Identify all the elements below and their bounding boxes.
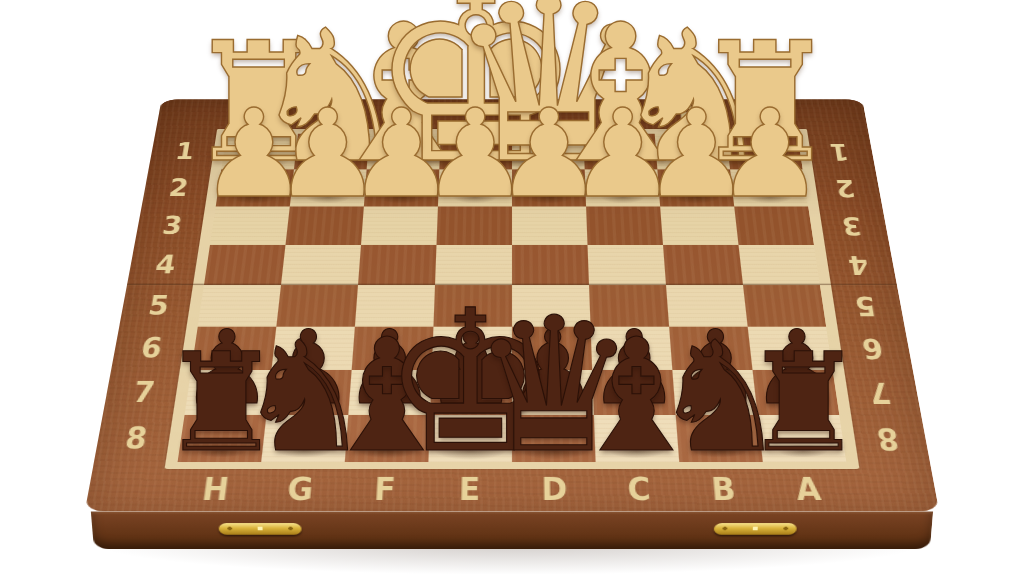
photo-stage: HHGGFFEEDDCCBBAA1122334455667788 ♜♞♝♚♛♝♞… <box>0 0 1024 576</box>
square-h4[interactable] <box>204 245 285 285</box>
black-rook-glyph: ♜ <box>742 335 864 471</box>
square-b4[interactable] <box>663 245 743 285</box>
brass-hinge-right <box>713 523 796 535</box>
square-a4[interactable] <box>739 245 820 285</box>
white-pawn-glyph: ♟ <box>715 94 824 216</box>
brass-hinge-left <box>218 523 301 535</box>
board-front-edge <box>91 511 933 549</box>
square-g4[interactable] <box>281 245 361 285</box>
